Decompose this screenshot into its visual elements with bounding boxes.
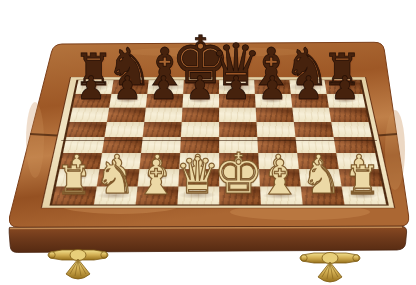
square-d7 bbox=[182, 94, 219, 108]
square-d8 bbox=[183, 80, 219, 93]
square-h3 bbox=[336, 153, 379, 169]
square-h1 bbox=[342, 186, 387, 204]
square-d6 bbox=[182, 108, 219, 122]
board-surface bbox=[41, 77, 396, 208]
square-f2 bbox=[259, 169, 301, 186]
square-h5 bbox=[331, 122, 372, 137]
square-h6 bbox=[329, 108, 369, 122]
square-d3 bbox=[179, 153, 219, 169]
square-a2 bbox=[56, 169, 100, 186]
square-b8 bbox=[111, 80, 148, 93]
square-a1 bbox=[52, 186, 97, 204]
square-e8 bbox=[219, 80, 255, 93]
square-c5 bbox=[143, 122, 182, 137]
square-a8 bbox=[75, 80, 113, 93]
square-h8 bbox=[325, 80, 363, 93]
square-c7 bbox=[146, 94, 183, 108]
brass-latch-left bbox=[48, 250, 108, 280]
square-a7 bbox=[73, 94, 112, 108]
square-c6 bbox=[144, 108, 182, 122]
chess-set-photo[interactable]: ♜♞♝♚♛♝♞♜♟♟♟♟♟♟♟♟♟♟♟♟♟♟♟♟♜♞♝♛♚♝♞♜ bbox=[0, 0, 416, 285]
square-a6 bbox=[70, 108, 110, 122]
square-b5 bbox=[105, 122, 145, 137]
square-c8 bbox=[147, 80, 184, 93]
square-g1 bbox=[301, 186, 345, 204]
square-d1 bbox=[177, 186, 219, 204]
square-f3 bbox=[258, 153, 299, 169]
square-b3 bbox=[99, 153, 141, 169]
square-c1 bbox=[136, 186, 179, 204]
square-e1 bbox=[219, 186, 261, 204]
square-a5 bbox=[66, 122, 107, 137]
board-front-face bbox=[9, 226, 406, 252]
square-g7 bbox=[291, 94, 329, 108]
square-c3 bbox=[139, 153, 180, 169]
square-g5 bbox=[294, 122, 334, 137]
square-b1 bbox=[94, 186, 138, 204]
square-a3 bbox=[60, 153, 102, 169]
square-b6 bbox=[107, 108, 146, 122]
square-e3 bbox=[219, 153, 259, 169]
square-f7 bbox=[255, 94, 292, 108]
fold-seam bbox=[61, 140, 377, 141]
square-g8 bbox=[289, 80, 326, 93]
square-g3 bbox=[297, 153, 339, 169]
square-e2 bbox=[219, 169, 260, 186]
square-b2 bbox=[97, 169, 140, 186]
chess-board-grid bbox=[52, 80, 386, 204]
square-c2 bbox=[138, 169, 180, 186]
square-h7 bbox=[327, 94, 366, 108]
square-f5 bbox=[256, 122, 295, 137]
square-d2 bbox=[178, 169, 219, 186]
square-e7 bbox=[219, 94, 256, 108]
square-f6 bbox=[256, 108, 294, 122]
square-e5 bbox=[219, 122, 257, 137]
square-e6 bbox=[219, 108, 256, 122]
square-f8 bbox=[254, 80, 291, 93]
square-f1 bbox=[260, 186, 303, 204]
square-b7 bbox=[109, 94, 147, 108]
brass-latch-right bbox=[300, 253, 360, 283]
square-h2 bbox=[339, 169, 383, 186]
square-d5 bbox=[181, 122, 219, 137]
square-g6 bbox=[292, 108, 331, 122]
square-g2 bbox=[299, 169, 342, 186]
